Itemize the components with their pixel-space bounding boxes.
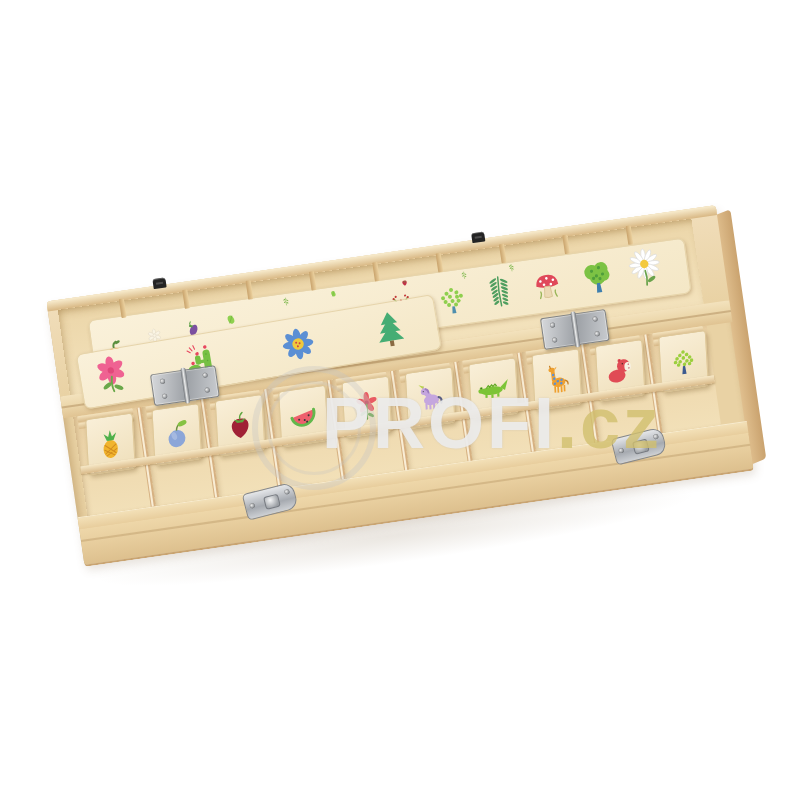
motif-toadstool-mushroom <box>524 261 571 308</box>
lid-divider-peg <box>499 244 506 263</box>
hinge-pin <box>180 368 190 404</box>
lid-divider-peg <box>246 280 253 299</box>
motif-sprig <box>457 266 472 281</box>
lid-divider-peg <box>436 253 443 272</box>
hinge-pin <box>570 311 580 347</box>
lid-divider-peg <box>309 271 316 290</box>
motif-tiny-strawberry <box>397 275 413 291</box>
lid-divider-peg <box>562 235 569 254</box>
motif-sprig <box>278 293 294 309</box>
motif-blue-flower <box>272 320 323 371</box>
motif-pink-flower <box>89 352 137 400</box>
lid-divider-peg <box>626 226 633 245</box>
motif-round-leaf <box>326 285 341 300</box>
motif-sprig <box>504 259 519 274</box>
lid-hook-left <box>152 277 166 289</box>
product-photo: PROFI.cz <box>0 0 800 800</box>
lid-divider-peg <box>372 262 379 281</box>
lid-hook-right <box>471 231 485 243</box>
motif-pine-tree <box>365 303 416 354</box>
motif-fern <box>477 269 522 314</box>
motif-leafy-tree <box>574 253 621 300</box>
motif-daisy <box>621 246 668 293</box>
motif-dotted-bush <box>430 277 475 322</box>
